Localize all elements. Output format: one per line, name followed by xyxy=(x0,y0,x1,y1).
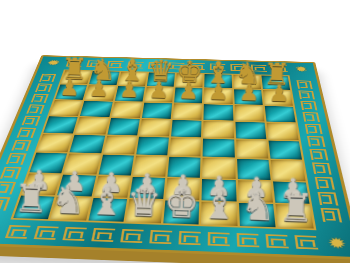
meander-unit xyxy=(31,94,49,103)
gold-pawn-c7[interactable]: ♟ xyxy=(119,78,139,101)
meander-hook-inner xyxy=(184,235,199,242)
meander-hook-inner xyxy=(15,142,26,149)
meander-hook-inner xyxy=(131,64,142,68)
meander-hook-outer xyxy=(294,235,318,249)
meander-hook-outer xyxy=(149,230,172,244)
meander-hook-outer xyxy=(266,234,289,248)
meander-hook-inner xyxy=(325,211,336,221)
gold-pawn-e7[interactable]: ♟ xyxy=(178,80,199,103)
meander-hook-inner xyxy=(275,67,286,71)
square-d6[interactable] xyxy=(142,102,172,118)
meander-hook-inner xyxy=(308,126,317,133)
square-c1[interactable]: ♝ xyxy=(88,198,127,222)
meander-unit xyxy=(86,60,103,67)
meander-hook-outer xyxy=(11,140,31,151)
square-e7[interactable]: ♟ xyxy=(174,88,203,103)
square-c5[interactable] xyxy=(107,118,140,135)
meander-hook-inner xyxy=(254,67,265,71)
meander-hook-inner xyxy=(90,63,101,67)
meander-unit xyxy=(178,231,200,245)
square-g7[interactable]: ♟ xyxy=(234,89,263,104)
meander-hook-inner xyxy=(110,63,121,67)
meander-hook-inner xyxy=(97,232,113,239)
meander-hook-inner xyxy=(193,65,203,69)
square-b4[interactable] xyxy=(70,135,105,154)
square-e1[interactable]: ♚ xyxy=(163,200,199,224)
silver-rook-h1[interactable]: ♜ xyxy=(278,188,314,228)
meander-unit xyxy=(237,233,260,247)
meander-unit xyxy=(148,62,164,69)
square-d5[interactable] xyxy=(139,119,171,137)
meander-unit xyxy=(149,230,172,244)
meander-unit xyxy=(321,208,343,223)
meander-hook-outer xyxy=(312,162,332,174)
meander-hook-outer xyxy=(6,153,27,165)
meander-hook-inner xyxy=(68,231,84,238)
gold-pawn-a7[interactable]: ♟ xyxy=(59,76,79,99)
meander-hook-inner xyxy=(154,234,169,241)
meander-hook-inner xyxy=(300,240,316,247)
silver-king-e1[interactable]: ♚ xyxy=(164,184,200,224)
square-a6[interactable] xyxy=(50,100,83,116)
square-d4[interactable] xyxy=(136,137,169,156)
square-g1[interactable]: ♞ xyxy=(238,203,275,227)
meander-unit xyxy=(62,227,87,241)
meander-unit xyxy=(26,104,45,114)
meander-hook-outer xyxy=(62,227,87,241)
meander-hook-inner xyxy=(11,229,27,236)
meander-unit xyxy=(312,162,332,174)
meander-hook-inner xyxy=(304,103,313,109)
square-c7[interactable]: ♟ xyxy=(114,86,144,101)
square-a5[interactable] xyxy=(43,116,78,133)
meander-hook-outer xyxy=(0,197,10,211)
meander-unit xyxy=(107,61,124,68)
square-h4[interactable] xyxy=(268,141,302,160)
meander-hook-inner xyxy=(151,64,162,68)
silver-bishop-c1[interactable]: ♝ xyxy=(88,181,124,221)
square-b7[interactable]: ♟ xyxy=(85,85,116,100)
square-c4[interactable] xyxy=(103,136,137,155)
meander-hook-outer xyxy=(120,229,143,243)
square-h1[interactable]: ♜ xyxy=(275,204,314,229)
square-f7[interactable]: ♟ xyxy=(204,88,232,103)
meander-hook-inner xyxy=(0,184,10,193)
meander-hook-outer xyxy=(91,228,115,242)
meander-unit xyxy=(39,74,56,82)
meander-unit xyxy=(11,140,31,151)
meander-hook-inner xyxy=(318,180,329,189)
meander-unit xyxy=(251,65,267,72)
square-f5[interactable] xyxy=(203,121,233,139)
meander-hook-inner xyxy=(300,82,308,88)
square-a1[interactable]: ♜ xyxy=(13,195,55,219)
meander-unit xyxy=(315,177,335,190)
gold-pawn-f7[interactable]: ♟ xyxy=(208,80,229,103)
meander-hook-inner xyxy=(316,165,326,173)
squares-grid: ♜♞♝♛♚♝♞♜♟♟♟♟♟♟♟♟♟♟♟♟♟♟♟♟♜♞♝♛♚♝♞♜ xyxy=(10,69,316,230)
meander-unit xyxy=(6,153,27,165)
gold-pawn-g7[interactable]: ♟ xyxy=(238,81,259,104)
meander-unit xyxy=(318,192,339,206)
meander-unit xyxy=(305,124,323,134)
meander-unit xyxy=(309,149,328,161)
meander-hook-outer xyxy=(5,225,31,239)
meander-hook-inner xyxy=(125,233,140,240)
meander-unit xyxy=(230,64,246,71)
square-e5[interactable] xyxy=(171,120,202,138)
meander-hook-outer xyxy=(318,192,339,206)
silver-rook-a1[interactable]: ♜ xyxy=(14,179,49,219)
meander-unit xyxy=(17,127,37,138)
meander-hook-outer xyxy=(315,177,335,190)
meander-unit xyxy=(210,63,226,70)
meander-unit xyxy=(66,60,83,67)
square-a7[interactable]: ♟ xyxy=(55,85,87,100)
meander-unit xyxy=(294,235,318,249)
meander-hook-inner xyxy=(172,65,183,69)
square-b1[interactable]: ♞ xyxy=(51,197,91,221)
meander-unit xyxy=(35,83,52,92)
meander-hook-outer xyxy=(237,233,260,247)
meander-hook-inner xyxy=(306,114,315,121)
square-f4[interactable] xyxy=(203,139,235,158)
meander-hook-inner xyxy=(0,200,4,209)
meander-unit xyxy=(302,112,319,122)
square-c6[interactable] xyxy=(111,101,142,117)
meander-hook-inner xyxy=(4,169,16,177)
meander-hook-inner xyxy=(302,92,311,98)
meander-hook-inner xyxy=(271,238,286,245)
sun-emblem-icon: ✹ xyxy=(288,63,315,76)
meander-unit xyxy=(266,234,289,248)
meander-hook-inner xyxy=(321,195,332,204)
meander-unit xyxy=(120,229,143,243)
meander-hook-inner xyxy=(213,66,223,70)
meander-hook-inner xyxy=(242,237,257,244)
meander-unit xyxy=(91,228,115,242)
square-g6[interactable] xyxy=(234,105,264,121)
square-g5[interactable] xyxy=(235,122,266,140)
square-f1[interactable]: ♝ xyxy=(201,201,237,225)
meander-unit xyxy=(307,136,325,147)
board-3d-wrap: ✹ ✹ ✹ ✹ ♜♞♝♛♚♝♞♜♟♟♟♟♟♟♟♟♟♟♟♟♟♟♟♟♜♞♝♛♚♝♞♜ xyxy=(0,55,350,260)
meander-hook-outer xyxy=(34,226,59,240)
meander-hook-inner xyxy=(234,66,245,70)
square-g4[interactable] xyxy=(236,140,268,159)
meander-unit xyxy=(34,226,59,240)
chess-set-photo: ✹ ✹ ✹ ✹ ♜♞♝♛♚♝♞♜♟♟♟♟♟♟♟♟♟♟♟♟♟♟♟♟♜♞♝♛♚♝♞♜ xyxy=(0,0,350,263)
gold-pawn-b7[interactable]: ♟ xyxy=(89,77,109,100)
meander-unit xyxy=(189,63,205,70)
meander-hook-inner xyxy=(310,138,320,145)
meander-hook-inner xyxy=(313,151,323,159)
gold-pawn-h7[interactable]: ♟ xyxy=(268,82,289,105)
square-h7[interactable]: ♟ xyxy=(263,90,293,105)
square-b6[interactable] xyxy=(80,101,112,117)
meander-hook-inner xyxy=(9,156,20,164)
meander-hook-outer xyxy=(178,231,200,245)
meander-unit xyxy=(298,90,314,99)
meander-unit xyxy=(168,62,184,69)
square-d1[interactable]: ♛ xyxy=(126,199,164,223)
silver-bishop-f1[interactable]: ♝ xyxy=(202,185,238,225)
silver-knight-b1[interactable]: ♞ xyxy=(51,180,86,220)
square-e4[interactable] xyxy=(169,138,201,157)
meander-hook-outer xyxy=(208,232,230,246)
chess-board: ✹ ✹ ✹ ✹ ♜♞♝♛♚♝♞♜♟♟♟♟♟♟♟♟♟♟♟♟♟♟♟♟♜♞♝♛♚♝♞♜ xyxy=(0,55,350,260)
meander-unit xyxy=(127,61,144,68)
sun-emblem-icon: ✹ xyxy=(318,231,350,256)
meander-hook-outer xyxy=(307,136,325,147)
meander-hook-inner xyxy=(39,230,55,237)
meander-hook-outer xyxy=(309,149,328,161)
meander-unit xyxy=(208,232,230,246)
square-h5[interactable] xyxy=(266,122,298,140)
meander-unit xyxy=(0,197,10,211)
square-h6[interactable] xyxy=(264,106,295,123)
meander-unit xyxy=(22,116,41,126)
square-b5[interactable] xyxy=(75,117,109,134)
meander-unit xyxy=(297,80,313,89)
meander-hook-inner xyxy=(70,62,81,66)
meander-hook-outer xyxy=(321,208,343,223)
square-e6[interactable] xyxy=(173,103,203,119)
meander-unit xyxy=(5,225,31,239)
square-d7[interactable]: ♟ xyxy=(144,87,173,102)
square-a4[interactable] xyxy=(37,134,73,153)
silver-queen-d1[interactable]: ♛ xyxy=(126,182,162,222)
meander-unit xyxy=(271,65,288,72)
silver-knight-g1[interactable]: ♞ xyxy=(240,186,276,226)
square-f6[interactable] xyxy=(204,104,233,120)
gold-pawn-d7[interactable]: ♟ xyxy=(148,79,169,102)
meander-hook-inner xyxy=(213,236,228,243)
meander-unit xyxy=(300,101,317,110)
